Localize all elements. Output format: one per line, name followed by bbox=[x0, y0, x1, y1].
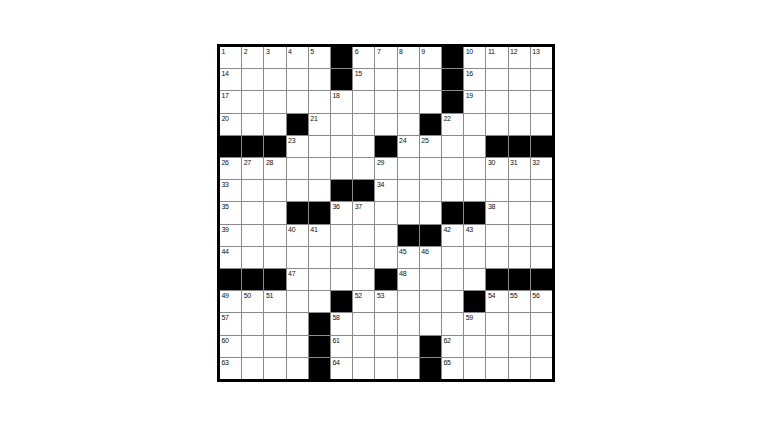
black-cell-r5c13 bbox=[486, 136, 507, 157]
cell-r13c13[interactable] bbox=[486, 313, 507, 334]
clue-number-54: 54 bbox=[488, 291, 495, 300]
cell-r2c4[interactable] bbox=[287, 69, 308, 90]
clue-number-16: 16 bbox=[466, 69, 473, 78]
cell-r9c5[interactable]: 41 bbox=[309, 225, 330, 246]
clue-number-39: 39 bbox=[222, 225, 229, 234]
cell-r6c13[interactable]: 30 bbox=[486, 158, 507, 179]
cell-r3c4[interactable] bbox=[287, 91, 308, 112]
cell-r3c9[interactable] bbox=[398, 91, 419, 112]
black-cell-r13c5 bbox=[309, 313, 330, 334]
black-cell-r8c12 bbox=[464, 202, 485, 223]
cell-r2c7[interactable]: 15 bbox=[353, 69, 374, 90]
clue-number-41: 41 bbox=[310, 225, 317, 234]
clue-number-29: 29 bbox=[377, 158, 384, 167]
clue-number-18: 18 bbox=[333, 91, 340, 100]
cell-r10c3[interactable] bbox=[264, 247, 285, 268]
clue-number-57: 57 bbox=[222, 313, 229, 322]
cell-r15c11[interactable]: 65 bbox=[442, 358, 463, 379]
cell-r4c5[interactable]: 21 bbox=[309, 114, 330, 135]
clue-number-55: 55 bbox=[510, 291, 517, 300]
cell-r3c10[interactable] bbox=[420, 91, 441, 112]
crossword-grid: 1234567891011121314151617181920212223242… bbox=[217, 44, 555, 382]
cell-r14c4[interactable] bbox=[287, 336, 308, 357]
cell-r3c6[interactable]: 18 bbox=[331, 91, 352, 112]
clue-number-13: 13 bbox=[532, 47, 539, 56]
clue-number-45: 45 bbox=[399, 247, 406, 256]
cell-r2c1[interactable]: 14 bbox=[220, 69, 241, 90]
clue-number-50: 50 bbox=[244, 291, 251, 300]
clue-number-26: 26 bbox=[222, 158, 229, 167]
cell-r6c2[interactable]: 27 bbox=[242, 158, 263, 179]
cell-r15c8[interactable] bbox=[375, 358, 396, 379]
cell-r14c1[interactable]: 60 bbox=[220, 336, 241, 357]
cell-r1c13[interactable]: 11 bbox=[486, 47, 507, 68]
cell-r5c12[interactable] bbox=[464, 136, 485, 157]
cell-r12c11[interactable] bbox=[442, 291, 463, 312]
clue-number-43: 43 bbox=[466, 225, 473, 234]
black-cell-r8c11 bbox=[442, 202, 463, 223]
cell-r14c15[interactable] bbox=[531, 336, 552, 357]
cell-r6c10[interactable] bbox=[420, 158, 441, 179]
cell-r1c15[interactable]: 13 bbox=[531, 47, 552, 68]
black-cell-r11c15 bbox=[531, 269, 552, 290]
cell-r10c14[interactable] bbox=[509, 247, 530, 268]
clue-number-44: 44 bbox=[222, 247, 229, 256]
clue-number-27: 27 bbox=[244, 158, 251, 167]
clue-number-60: 60 bbox=[222, 336, 229, 345]
clue-number-36: 36 bbox=[333, 202, 340, 211]
cell-r3c2[interactable] bbox=[242, 91, 263, 112]
clue-number-9: 9 bbox=[421, 47, 425, 56]
cell-r5c7[interactable] bbox=[353, 136, 374, 157]
cell-r6c1[interactable]: 26 bbox=[220, 158, 241, 179]
cell-r6c14[interactable]: 31 bbox=[509, 158, 530, 179]
cell-r13c6[interactable]: 58 bbox=[331, 313, 352, 334]
cell-r4c14[interactable] bbox=[509, 114, 530, 135]
cell-r10c5[interactable] bbox=[309, 247, 330, 268]
black-cell-r14c5 bbox=[309, 336, 330, 357]
black-cell-r9c10 bbox=[420, 225, 441, 246]
cell-r13c12[interactable]: 59 bbox=[464, 313, 485, 334]
cell-r13c3[interactable] bbox=[264, 313, 285, 334]
cell-r4c13[interactable] bbox=[486, 114, 507, 135]
cell-r12c4[interactable] bbox=[287, 291, 308, 312]
cell-r6c3[interactable]: 28 bbox=[264, 158, 285, 179]
cell-r7c4[interactable] bbox=[287, 180, 308, 201]
black-cell-r4c10 bbox=[420, 114, 441, 135]
clue-number-35: 35 bbox=[222, 202, 229, 211]
cell-r14c9[interactable] bbox=[398, 336, 419, 357]
cell-r9c6[interactable] bbox=[331, 225, 352, 246]
cell-r3c13[interactable] bbox=[486, 91, 507, 112]
cell-r2c5[interactable] bbox=[309, 69, 330, 90]
clue-number-7: 7 bbox=[377, 47, 381, 56]
clue-number-52: 52 bbox=[355, 291, 362, 300]
cell-r9c13[interactable] bbox=[486, 225, 507, 246]
black-cell-r15c5 bbox=[309, 358, 330, 379]
cell-r7c15[interactable] bbox=[531, 180, 552, 201]
cell-r6c7[interactable] bbox=[353, 158, 374, 179]
cell-r11c5[interactable] bbox=[309, 269, 330, 290]
cell-r5c9[interactable]: 24 bbox=[398, 136, 419, 157]
cell-r1c2[interactable]: 2 bbox=[242, 47, 263, 68]
cell-r4c9[interactable] bbox=[398, 114, 419, 135]
cell-r13c7[interactable] bbox=[353, 313, 374, 334]
cell-r7c13[interactable] bbox=[486, 180, 507, 201]
cell-r1c5[interactable]: 5 bbox=[309, 47, 330, 68]
black-cell-r8c4 bbox=[287, 202, 308, 223]
cell-r3c14[interactable] bbox=[509, 91, 530, 112]
cell-r6c12[interactable] bbox=[464, 158, 485, 179]
cell-r14c3[interactable] bbox=[264, 336, 285, 357]
clue-number-65: 65 bbox=[444, 358, 451, 367]
cell-r15c14[interactable] bbox=[509, 358, 530, 379]
cell-r3c3[interactable] bbox=[264, 91, 285, 112]
clue-number-61: 61 bbox=[333, 336, 340, 345]
black-cell-r11c13 bbox=[486, 269, 507, 290]
cell-r5c5[interactable] bbox=[309, 136, 330, 157]
cell-r11c9[interactable]: 48 bbox=[398, 269, 419, 290]
cell-r13c10[interactable] bbox=[420, 313, 441, 334]
cell-r11c6[interactable] bbox=[331, 269, 352, 290]
cell-r13c11[interactable] bbox=[442, 313, 463, 334]
cell-r6c15[interactable]: 32 bbox=[531, 158, 552, 179]
cell-r5c11[interactable] bbox=[442, 136, 463, 157]
clue-number-3: 3 bbox=[266, 47, 270, 56]
cell-r1c3[interactable]: 3 bbox=[264, 47, 285, 68]
cell-r12c9[interactable] bbox=[398, 291, 419, 312]
cell-r3c5[interactable] bbox=[309, 91, 330, 112]
clue-number-15: 15 bbox=[355, 69, 362, 78]
cell-r1c14[interactable]: 12 bbox=[509, 47, 530, 68]
cell-r10c11[interactable] bbox=[442, 247, 463, 268]
black-cell-r5c14 bbox=[509, 136, 530, 157]
cell-r10c6[interactable] bbox=[331, 247, 352, 268]
black-cell-r11c14 bbox=[509, 269, 530, 290]
clue-number-2: 2 bbox=[244, 47, 248, 56]
clue-number-31: 31 bbox=[510, 158, 517, 167]
cell-r5c4[interactable]: 23 bbox=[287, 136, 308, 157]
black-cell-r7c6 bbox=[331, 180, 352, 201]
cell-r15c6[interactable]: 64 bbox=[331, 358, 352, 379]
cell-r10c4[interactable] bbox=[287, 247, 308, 268]
cell-r8c8[interactable] bbox=[375, 202, 396, 223]
cell-r14c7[interactable] bbox=[353, 336, 374, 357]
cell-r10c9[interactable]: 45 bbox=[398, 247, 419, 268]
clue-number-14: 14 bbox=[222, 69, 229, 78]
cell-r9c1[interactable]: 39 bbox=[220, 225, 241, 246]
cell-r15c7[interactable] bbox=[353, 358, 374, 379]
cell-r8c6[interactable]: 36 bbox=[331, 202, 352, 223]
black-cell-r11c2 bbox=[242, 269, 263, 290]
cell-r7c10[interactable] bbox=[420, 180, 441, 201]
cell-r8c14[interactable] bbox=[509, 202, 530, 223]
cell-r11c11[interactable] bbox=[442, 269, 463, 290]
cell-r10c1[interactable]: 44 bbox=[220, 247, 241, 268]
cell-r8c10[interactable] bbox=[420, 202, 441, 223]
cell-r3c15[interactable] bbox=[531, 91, 552, 112]
black-cell-r11c1 bbox=[220, 269, 241, 290]
black-cell-r7c7 bbox=[353, 180, 374, 201]
cell-r12c15[interactable]: 56 bbox=[531, 291, 552, 312]
cell-r7c2[interactable] bbox=[242, 180, 263, 201]
black-cell-r9c9 bbox=[398, 225, 419, 246]
clue-number-62: 62 bbox=[444, 336, 451, 345]
black-cell-r5c8 bbox=[375, 136, 396, 157]
black-cell-r5c15 bbox=[531, 136, 552, 157]
cell-r8c9[interactable] bbox=[398, 202, 419, 223]
clue-number-32: 32 bbox=[532, 158, 539, 167]
cell-r10c8[interactable] bbox=[375, 247, 396, 268]
cell-r2c15[interactable] bbox=[531, 69, 552, 90]
clue-number-59: 59 bbox=[466, 313, 473, 322]
black-cell-r11c8 bbox=[375, 269, 396, 290]
clue-number-4: 4 bbox=[288, 47, 292, 56]
black-cell-r11c3 bbox=[264, 269, 285, 290]
clue-number-49: 49 bbox=[222, 291, 229, 300]
cell-r4c1[interactable]: 20 bbox=[220, 114, 241, 135]
black-cell-r14c10 bbox=[420, 336, 441, 357]
cell-r8c15[interactable] bbox=[531, 202, 552, 223]
cell-r6c11[interactable] bbox=[442, 158, 463, 179]
cell-r10c7[interactable] bbox=[353, 247, 374, 268]
cell-r2c14[interactable] bbox=[509, 69, 530, 90]
clue-number-5: 5 bbox=[310, 47, 314, 56]
clue-number-63: 63 bbox=[222, 358, 229, 367]
clue-number-10: 10 bbox=[466, 47, 473, 56]
cell-r4c8[interactable] bbox=[375, 114, 396, 135]
cell-r7c3[interactable] bbox=[264, 180, 285, 201]
page: 1234567891011121314151617181920212223242… bbox=[0, 0, 768, 432]
cell-r15c3[interactable] bbox=[264, 358, 285, 379]
cell-r9c4[interactable]: 40 bbox=[287, 225, 308, 246]
clue-number-22: 22 bbox=[444, 114, 451, 123]
cell-r2c8[interactable] bbox=[375, 69, 396, 90]
cell-r12c10[interactable] bbox=[420, 291, 441, 312]
cell-r14c8[interactable] bbox=[375, 336, 396, 357]
cell-r11c4[interactable]: 47 bbox=[287, 269, 308, 290]
black-cell-r5c3 bbox=[264, 136, 285, 157]
clue-number-42: 42 bbox=[444, 225, 451, 234]
cell-r2c3[interactable] bbox=[264, 69, 285, 90]
cell-r12c8[interactable]: 53 bbox=[375, 291, 396, 312]
cell-r9c14[interactable] bbox=[509, 225, 530, 246]
cell-r14c14[interactable] bbox=[509, 336, 530, 357]
cell-r4c15[interactable] bbox=[531, 114, 552, 135]
clue-number-12: 12 bbox=[510, 47, 517, 56]
cell-r6c8[interactable]: 29 bbox=[375, 158, 396, 179]
black-cell-r1c11 bbox=[442, 47, 463, 68]
cell-r13c4[interactable] bbox=[287, 313, 308, 334]
cell-r7c9[interactable] bbox=[398, 180, 419, 201]
clue-number-17: 17 bbox=[222, 91, 229, 100]
black-cell-r1c6 bbox=[331, 47, 352, 68]
cell-r3c1[interactable]: 17 bbox=[220, 91, 241, 112]
cell-r15c2[interactable] bbox=[242, 358, 263, 379]
clue-number-28: 28 bbox=[266, 158, 273, 167]
cell-r14c11[interactable]: 62 bbox=[442, 336, 463, 357]
cell-r12c14[interactable]: 55 bbox=[509, 291, 530, 312]
cell-r1c4[interactable]: 4 bbox=[287, 47, 308, 68]
cell-r13c2[interactable] bbox=[242, 313, 263, 334]
cell-r13c9[interactable] bbox=[398, 313, 419, 334]
cell-r2c13[interactable] bbox=[486, 69, 507, 90]
black-cell-r3c11 bbox=[442, 91, 463, 112]
cell-r10c13[interactable] bbox=[486, 247, 507, 268]
clue-number-34: 34 bbox=[377, 180, 384, 189]
clue-number-19: 19 bbox=[466, 91, 473, 100]
cell-r15c12[interactable] bbox=[464, 358, 485, 379]
cell-r9c3[interactable] bbox=[264, 225, 285, 246]
cell-r9c7[interactable] bbox=[353, 225, 374, 246]
cell-r12c13[interactable]: 54 bbox=[486, 291, 507, 312]
clue-number-38: 38 bbox=[488, 202, 495, 211]
cell-r11c7[interactable] bbox=[353, 269, 374, 290]
cell-r12c2[interactable]: 50 bbox=[242, 291, 263, 312]
cell-r14c2[interactable] bbox=[242, 336, 263, 357]
clue-number-21: 21 bbox=[310, 114, 317, 123]
clue-number-58: 58 bbox=[333, 313, 340, 322]
clue-number-23: 23 bbox=[288, 136, 295, 145]
clue-number-11: 11 bbox=[488, 47, 495, 56]
cell-r3c12[interactable]: 19 bbox=[464, 91, 485, 112]
cell-r13c1[interactable]: 57 bbox=[220, 313, 241, 334]
black-cell-r12c12 bbox=[464, 291, 485, 312]
cell-r7c11[interactable] bbox=[442, 180, 463, 201]
cell-r6c6[interactable] bbox=[331, 158, 352, 179]
cell-r12c1[interactable]: 49 bbox=[220, 291, 241, 312]
cell-r12c3[interactable]: 51 bbox=[264, 291, 285, 312]
cell-r8c13[interactable]: 38 bbox=[486, 202, 507, 223]
black-cell-r15c10 bbox=[420, 358, 441, 379]
black-cell-r5c2 bbox=[242, 136, 263, 157]
clue-number-20: 20 bbox=[222, 114, 229, 123]
black-cell-r12c6 bbox=[331, 291, 352, 312]
clue-number-47: 47 bbox=[288, 269, 295, 278]
cell-r14c13[interactable] bbox=[486, 336, 507, 357]
clue-number-1: 1 bbox=[222, 47, 226, 56]
cell-r9c12[interactable]: 43 bbox=[464, 225, 485, 246]
cell-r10c12[interactable] bbox=[464, 247, 485, 268]
cell-r4c2[interactable] bbox=[242, 114, 263, 135]
cell-r1c9[interactable]: 8 bbox=[398, 47, 419, 68]
cell-r13c14[interactable] bbox=[509, 313, 530, 334]
clue-number-25: 25 bbox=[421, 136, 428, 145]
cell-r7c1[interactable]: 33 bbox=[220, 180, 241, 201]
cell-r7c5[interactable] bbox=[309, 180, 330, 201]
clue-number-24: 24 bbox=[399, 136, 406, 145]
cell-r2c10[interactable] bbox=[420, 69, 441, 90]
cell-r4c3[interactable] bbox=[264, 114, 285, 135]
cell-r9c15[interactable] bbox=[531, 225, 552, 246]
cell-r1c10[interactable]: 9 bbox=[420, 47, 441, 68]
clue-number-53: 53 bbox=[377, 291, 384, 300]
cell-r14c6[interactable]: 61 bbox=[331, 336, 352, 357]
cell-r12c7[interactable]: 52 bbox=[353, 291, 374, 312]
cell-r15c4[interactable] bbox=[287, 358, 308, 379]
black-cell-r8c5 bbox=[309, 202, 330, 223]
cell-r6c5[interactable] bbox=[309, 158, 330, 179]
cell-r7c8[interactable]: 34 bbox=[375, 180, 396, 201]
cell-r2c9[interactable] bbox=[398, 69, 419, 90]
cell-r15c9[interactable] bbox=[398, 358, 419, 379]
cell-r14c12[interactable] bbox=[464, 336, 485, 357]
black-cell-r2c6 bbox=[331, 69, 352, 90]
clue-number-40: 40 bbox=[288, 225, 295, 234]
cell-r7c12[interactable] bbox=[464, 180, 485, 201]
cell-r9c8[interactable] bbox=[375, 225, 396, 246]
cell-r8c3[interactable] bbox=[264, 202, 285, 223]
cell-r4c12[interactable] bbox=[464, 114, 485, 135]
cell-r11c12[interactable] bbox=[464, 269, 485, 290]
cell-r6c4[interactable] bbox=[287, 158, 308, 179]
cell-r4c6[interactable] bbox=[331, 114, 352, 135]
cell-r8c7[interactable]: 37 bbox=[353, 202, 374, 223]
cell-r11c10[interactable] bbox=[420, 269, 441, 290]
clue-number-64: 64 bbox=[333, 358, 340, 367]
cell-r5c6[interactable] bbox=[331, 136, 352, 157]
cell-r1c8[interactable]: 7 bbox=[375, 47, 396, 68]
cell-r8c1[interactable]: 35 bbox=[220, 202, 241, 223]
clue-number-46: 46 bbox=[421, 247, 428, 256]
black-cell-r4c4 bbox=[287, 114, 308, 135]
cell-r1c7[interactable]: 6 bbox=[353, 47, 374, 68]
clue-number-30: 30 bbox=[488, 158, 495, 167]
cell-r13c8[interactable] bbox=[375, 313, 396, 334]
cell-r3c8[interactable] bbox=[375, 91, 396, 112]
clue-number-56: 56 bbox=[532, 291, 539, 300]
cell-r10c15[interactable] bbox=[531, 247, 552, 268]
cell-r2c12[interactable]: 16 bbox=[464, 69, 485, 90]
cell-r3c7[interactable] bbox=[353, 91, 374, 112]
cell-r9c2[interactable] bbox=[242, 225, 263, 246]
clue-number-48: 48 bbox=[399, 269, 406, 278]
cell-r4c11[interactable]: 22 bbox=[442, 114, 463, 135]
black-cell-r2c11 bbox=[442, 69, 463, 90]
clue-number-51: 51 bbox=[266, 291, 273, 300]
cell-r4c7[interactable] bbox=[353, 114, 374, 135]
cell-r13c15[interactable] bbox=[531, 313, 552, 334]
cell-r10c2[interactable] bbox=[242, 247, 263, 268]
cell-r5c10[interactable]: 25 bbox=[420, 136, 441, 157]
clue-number-6: 6 bbox=[355, 47, 359, 56]
cell-r10c10[interactable]: 46 bbox=[420, 247, 441, 268]
cell-r2c2[interactable] bbox=[242, 69, 263, 90]
cell-r1c1[interactable]: 1 bbox=[220, 47, 241, 68]
cell-r15c1[interactable]: 63 bbox=[220, 358, 241, 379]
clue-number-37: 37 bbox=[355, 202, 362, 211]
cell-r12c5[interactable] bbox=[309, 291, 330, 312]
cell-r8c2[interactable] bbox=[242, 202, 263, 223]
clue-number-8: 8 bbox=[399, 47, 403, 56]
cell-r15c15[interactable] bbox=[531, 358, 552, 379]
cell-r1c12[interactable]: 10 bbox=[464, 47, 485, 68]
clue-number-33: 33 bbox=[222, 180, 229, 189]
cell-r9c11[interactable]: 42 bbox=[442, 225, 463, 246]
cell-r6c9[interactable] bbox=[398, 158, 419, 179]
cell-r15c13[interactable] bbox=[486, 358, 507, 379]
black-cell-r5c1 bbox=[220, 136, 241, 157]
cell-r7c14[interactable] bbox=[509, 180, 530, 201]
